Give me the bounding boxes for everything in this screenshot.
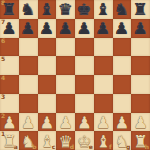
square-f7[interactable]: ♟ (94, 19, 113, 38)
square-f2[interactable]: ♟ (94, 113, 113, 132)
black-pawn: ♟ (133, 20, 147, 38)
square-f1[interactable]: f♝ (94, 131, 113, 150)
square-c4[interactable] (38, 75, 57, 94)
square-b5[interactable] (19, 56, 38, 75)
square-b4[interactable] (19, 75, 38, 94)
rank-label-4: 4 (1, 75, 5, 81)
square-g3[interactable] (113, 94, 132, 113)
square-g1[interactable]: g♞ (113, 131, 132, 150)
square-h7[interactable]: ♟ (131, 19, 150, 38)
white-rook: ♜ (2, 133, 16, 150)
square-h3[interactable] (131, 94, 150, 113)
square-c1[interactable]: c♝ (38, 131, 57, 150)
square-d1[interactable]: d♛ (56, 131, 75, 150)
square-b2[interactable]: ♟ (19, 113, 38, 132)
square-h1[interactable]: h♜ (131, 131, 150, 150)
square-e5[interactable] (75, 56, 94, 75)
square-h4[interactable] (131, 75, 150, 94)
square-d4[interactable] (56, 75, 75, 94)
square-e8[interactable]: ♚ (75, 0, 94, 19)
square-b3[interactable] (19, 94, 38, 113)
white-rook: ♜ (133, 133, 147, 150)
white-knight: ♞ (115, 133, 129, 150)
white-king: ♚ (77, 133, 91, 150)
square-b1[interactable]: b♞ (19, 131, 38, 150)
square-e4[interactable] (75, 75, 94, 94)
white-pawn: ♟ (115, 114, 129, 132)
black-queen: ♛ (58, 1, 72, 19)
chess-board: 8♜♞♝♛♚♝♞♜7♟♟♟♟♟♟♟♟65432♟♟♟♟♟♟♟♟1a♜b♞c♝d♛… (0, 0, 150, 150)
white-pawn: ♟ (133, 114, 147, 132)
white-knight: ♞ (21, 133, 35, 150)
square-f8[interactable]: ♝ (94, 0, 113, 19)
rank-label-5: 5 (1, 56, 5, 62)
square-h2[interactable]: ♟ (131, 113, 150, 132)
white-pawn: ♟ (2, 114, 16, 132)
white-queen: ♛ (58, 133, 72, 150)
square-b7[interactable]: ♟ (19, 19, 38, 38)
black-knight: ♞ (21, 1, 35, 19)
square-e7[interactable]: ♟ (75, 19, 94, 38)
square-e3[interactable] (75, 94, 94, 113)
black-pawn: ♟ (77, 20, 91, 38)
square-f6[interactable] (94, 38, 113, 57)
square-f4[interactable] (94, 75, 113, 94)
square-g2[interactable]: ♟ (113, 113, 132, 132)
square-c8[interactable]: ♝ (38, 0, 57, 19)
square-c2[interactable]: ♟ (38, 113, 57, 132)
black-rook: ♜ (2, 1, 16, 19)
square-h8[interactable]: ♜ (131, 0, 150, 19)
square-a8[interactable]: 8♜ (0, 0, 19, 19)
square-a7[interactable]: 7♟ (0, 19, 19, 38)
square-d6[interactable] (56, 38, 75, 57)
square-h5[interactable] (131, 56, 150, 75)
square-f3[interactable] (94, 94, 113, 113)
square-e6[interactable] (75, 38, 94, 57)
white-pawn: ♟ (40, 114, 54, 132)
square-d3[interactable] (56, 94, 75, 113)
white-bishop: ♝ (96, 133, 110, 150)
square-a4[interactable]: 4 (0, 75, 19, 94)
square-g8[interactable]: ♞ (113, 0, 132, 19)
black-pawn: ♟ (58, 20, 72, 38)
square-d7[interactable]: ♟ (56, 19, 75, 38)
black-pawn: ♟ (115, 20, 129, 38)
black-pawn: ♟ (2, 20, 16, 38)
rank-label-6: 6 (1, 38, 5, 44)
rank-label-3: 3 (1, 94, 5, 100)
square-g4[interactable] (113, 75, 132, 94)
white-bishop: ♝ (40, 133, 54, 150)
square-h6[interactable] (131, 38, 150, 57)
square-e1[interactable]: e♚ (75, 131, 94, 150)
square-a6[interactable]: 6 (0, 38, 19, 57)
black-bishop: ♝ (40, 1, 54, 19)
white-pawn: ♟ (21, 114, 35, 132)
square-d5[interactable] (56, 56, 75, 75)
black-pawn: ♟ (96, 20, 110, 38)
black-king: ♚ (77, 1, 91, 19)
square-d2[interactable]: ♟ (56, 113, 75, 132)
square-g6[interactable] (113, 38, 132, 57)
white-pawn: ♟ (58, 114, 72, 132)
square-g5[interactable] (113, 56, 132, 75)
square-a2[interactable]: 2♟ (0, 113, 19, 132)
white-pawn: ♟ (96, 114, 110, 132)
black-knight: ♞ (115, 1, 129, 19)
square-f5[interactable] (94, 56, 113, 75)
black-pawn: ♟ (21, 20, 35, 38)
square-g7[interactable]: ♟ (113, 19, 132, 38)
square-a5[interactable]: 5 (0, 56, 19, 75)
square-b8[interactable]: ♞ (19, 0, 38, 19)
white-pawn: ♟ (77, 114, 91, 132)
square-e2[interactable]: ♟ (75, 113, 94, 132)
square-c5[interactable] (38, 56, 57, 75)
square-a3[interactable]: 3 (0, 94, 19, 113)
square-c7[interactable]: ♟ (38, 19, 57, 38)
square-a1[interactable]: 1a♜ (0, 131, 19, 150)
black-bishop: ♝ (96, 1, 110, 19)
black-pawn: ♟ (40, 20, 54, 38)
square-c3[interactable] (38, 94, 57, 113)
black-rook: ♜ (133, 1, 147, 19)
square-b6[interactable] (19, 38, 38, 57)
square-c6[interactable] (38, 38, 57, 57)
square-d8[interactable]: ♛ (56, 0, 75, 19)
